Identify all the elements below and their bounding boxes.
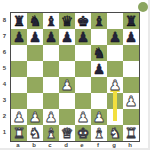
rank-label-2: 2 <box>0 108 9 124</box>
file-label-b: b <box>26 141 42 149</box>
piece-black-knight[interactable]: ♞ <box>29 13 42 29</box>
rank-label-1: 1 <box>0 124 9 140</box>
rank-label-4: 4 <box>0 76 9 92</box>
square-a8[interactable]: ♜ <box>11 13 27 29</box>
square-e7[interactable]: ♟ <box>75 29 91 45</box>
square-g6[interactable] <box>107 45 123 61</box>
square-e5[interactable] <box>75 61 91 77</box>
square-a4[interactable] <box>11 77 27 93</box>
file-label-g: g <box>106 141 122 149</box>
piece-black-pawn[interactable]: ♟ <box>93 61 106 77</box>
square-a3[interactable] <box>11 93 27 109</box>
square-e4[interactable] <box>75 77 91 93</box>
square-c3[interactable] <box>43 93 59 109</box>
file-label-d: d <box>58 141 74 149</box>
square-d8[interactable]: ♛ <box>59 13 75 29</box>
square-f1[interactable]: ♝ <box>91 125 107 141</box>
piece-black-pawn[interactable]: ♟ <box>125 29 138 45</box>
square-d6[interactable] <box>59 45 75 61</box>
piece-white-bishop[interactable]: ♝ <box>45 125 58 141</box>
square-d5[interactable] <box>59 61 75 77</box>
square-b8[interactable]: ♞ <box>27 13 43 29</box>
square-d7[interactable]: ♟ <box>59 29 75 45</box>
piece-white-pawn[interactable]: ♟ <box>61 77 74 93</box>
square-d3[interactable] <box>59 93 75 109</box>
square-d2[interactable] <box>59 109 75 125</box>
square-g5[interactable] <box>107 61 123 77</box>
piece-white-rook[interactable]: ♜ <box>125 125 138 141</box>
piece-black-pawn[interactable]: ♟ <box>29 29 42 45</box>
rank-label-7: 7 <box>0 28 9 44</box>
square-b7[interactable]: ♟ <box>27 29 43 45</box>
square-d1[interactable]: ♛ <box>59 125 75 141</box>
connection-status-dot <box>138 2 148 12</box>
square-c6[interactable] <box>43 45 59 61</box>
square-h7[interactable]: ♟ <box>123 29 139 45</box>
square-e6[interactable] <box>75 45 91 61</box>
piece-black-queen[interactable]: ♛ <box>61 13 74 29</box>
file-label-e: e <box>74 141 90 149</box>
piece-black-bishop[interactable]: ♝ <box>45 13 58 29</box>
piece-white-pawn[interactable]: ♟ <box>45 109 58 125</box>
square-c2[interactable]: ♟ <box>43 109 59 125</box>
piece-black-pawn[interactable]: ♟ <box>109 29 122 45</box>
square-g7[interactable]: ♟ <box>107 29 123 45</box>
chess-board: ♜♞♝♛♚♝♜♟♟♟♟♟♟♟♞♟♟♟♟♟♟♟♟♟♜♞♝♛♚♝♞♜ <box>10 12 140 142</box>
square-h3[interactable]: ♟ <box>123 93 139 109</box>
piece-black-pawn[interactable]: ♟ <box>45 29 58 45</box>
square-b6[interactable] <box>27 45 43 61</box>
square-h2[interactable] <box>123 109 139 125</box>
piece-white-pawn[interactable]: ♟ <box>125 93 138 109</box>
square-c8[interactable]: ♝ <box>43 13 59 29</box>
square-a7[interactable]: ♟ <box>11 29 27 45</box>
square-a2[interactable]: ♟ <box>11 109 27 125</box>
square-b3[interactable] <box>27 93 43 109</box>
piece-white-knight[interactable]: ♞ <box>29 125 42 141</box>
square-g1[interactable]: ♞ <box>107 125 123 141</box>
piece-white-king[interactable]: ♚ <box>77 125 90 141</box>
piece-white-pawn[interactable]: ♟ <box>109 77 122 93</box>
square-h5[interactable] <box>123 61 139 77</box>
square-b4[interactable] <box>27 77 43 93</box>
piece-white-rook[interactable]: ♜ <box>13 125 26 141</box>
piece-white-pawn[interactable]: ♟ <box>13 109 26 125</box>
piece-white-queen[interactable]: ♛ <box>61 125 74 141</box>
square-f8[interactable]: ♝ <box>91 13 107 29</box>
piece-white-pawn[interactable]: ♟ <box>93 109 106 125</box>
square-c4[interactable] <box>43 77 59 93</box>
square-a1[interactable]: ♜ <box>11 125 27 141</box>
square-f7[interactable] <box>91 29 107 45</box>
square-h1[interactable]: ♜ <box>123 125 139 141</box>
piece-white-pawn[interactable]: ♟ <box>29 109 42 125</box>
rank-label-5: 5 <box>0 60 9 76</box>
piece-black-king[interactable]: ♚ <box>77 13 90 29</box>
file-label-a: a <box>10 141 26 149</box>
file-label-f: f <box>90 141 106 149</box>
piece-black-rook[interactable]: ♜ <box>125 13 138 29</box>
square-c1[interactable]: ♝ <box>43 125 59 141</box>
square-g8[interactable] <box>107 13 123 29</box>
last-move-arrow-shaft <box>113 92 117 121</box>
square-c7[interactable]: ♟ <box>43 29 59 45</box>
square-h6[interactable] <box>123 45 139 61</box>
piece-white-pawn[interactable]: ♟ <box>77 109 90 125</box>
square-a5[interactable] <box>11 61 27 77</box>
square-e8[interactable]: ♚ <box>75 13 91 29</box>
square-b2[interactable]: ♟ <box>27 109 43 125</box>
piece-black-bishop[interactable]: ♝ <box>93 13 106 29</box>
square-h4[interactable] <box>123 77 139 93</box>
square-f5[interactable]: ♟ <box>91 61 107 77</box>
square-b1[interactable]: ♞ <box>27 125 43 141</box>
piece-black-pawn[interactable]: ♟ <box>13 29 26 45</box>
square-f6[interactable]: ♞ <box>91 45 107 61</box>
square-h8[interactable]: ♜ <box>123 13 139 29</box>
square-f2[interactable]: ♟ <box>91 109 107 125</box>
piece-black-knight[interactable]: ♞ <box>93 45 106 61</box>
square-f3[interactable] <box>91 93 107 109</box>
square-c5[interactable] <box>43 61 59 77</box>
piece-black-pawn[interactable]: ♟ <box>61 29 74 45</box>
square-d4[interactable]: ♟ <box>59 77 75 93</box>
file-label-c: c <box>42 141 58 149</box>
square-g4[interactable]: ♟ <box>107 77 123 93</box>
square-f4[interactable] <box>91 77 107 93</box>
rank-labels: 87654321 <box>0 12 9 140</box>
piece-black-pawn[interactable]: ♟ <box>77 29 90 45</box>
chess-app-window: 87654321 ♜♞♝♛♚♝♜♟♟♟♟♟♟♟♞♟♟♟♟♟♟♟♟♟♜♞♝♛♚♝♞… <box>0 0 150 150</box>
rank-label-6: 6 <box>0 44 9 60</box>
square-b5[interactable] <box>27 61 43 77</box>
piece-black-rook[interactable]: ♜ <box>13 13 26 29</box>
square-e3[interactable] <box>75 93 91 109</box>
piece-white-bishop[interactable]: ♝ <box>93 125 106 141</box>
square-e2[interactable]: ♟ <box>75 109 91 125</box>
piece-white-knight[interactable]: ♞ <box>109 125 122 141</box>
rank-label-3: 3 <box>0 92 9 108</box>
rank-label-8: 8 <box>0 12 9 28</box>
file-label-h: h <box>122 141 138 149</box>
square-e1[interactable]: ♚ <box>75 125 91 141</box>
square-a6[interactable] <box>11 45 27 61</box>
file-labels: abcdefgh <box>10 141 138 149</box>
